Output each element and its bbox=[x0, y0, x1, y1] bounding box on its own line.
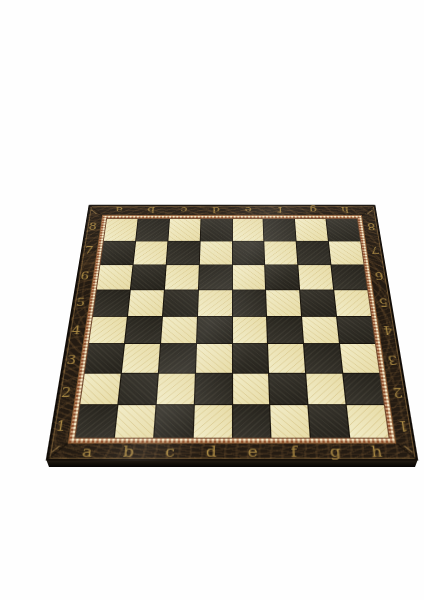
square-c7 bbox=[166, 241, 199, 264]
square-e5 bbox=[232, 290, 266, 316]
corner-dart-inlay bbox=[404, 445, 413, 452]
square-c1 bbox=[154, 405, 193, 437]
square-b7 bbox=[133, 241, 167, 264]
square-f4 bbox=[267, 316, 303, 343]
square-h3 bbox=[340, 344, 379, 373]
square-h7 bbox=[329, 241, 364, 264]
file-labels-top: abcdefgh bbox=[102, 205, 362, 215]
file-label-f-top: f bbox=[264, 205, 297, 215]
square-g2 bbox=[306, 374, 345, 404]
square-a7 bbox=[100, 241, 135, 264]
square-g7 bbox=[297, 241, 331, 264]
corner-dart-inlay bbox=[91, 210, 97, 214]
square-g3 bbox=[304, 344, 342, 373]
file-label-a-top: a bbox=[102, 205, 136, 215]
file-label-b-top: b bbox=[135, 205, 168, 215]
square-b3 bbox=[122, 344, 160, 373]
square-e4 bbox=[233, 316, 268, 343]
square-e1 bbox=[233, 405, 271, 437]
square-c2 bbox=[156, 374, 194, 404]
square-e7 bbox=[232, 241, 264, 264]
square-a4 bbox=[89, 316, 127, 343]
square-b1 bbox=[115, 405, 156, 437]
square-e6 bbox=[232, 265, 265, 289]
frame-miter-seam bbox=[88, 205, 103, 216]
frame-miter-seam bbox=[45, 442, 69, 461]
square-b2 bbox=[118, 374, 157, 404]
square-e3 bbox=[233, 344, 269, 373]
perspective-scene: abcdefgh abcdefgh 87654321 87654321 bbox=[0, 0, 424, 600]
square-a6 bbox=[97, 265, 133, 289]
square-h8 bbox=[327, 219, 361, 241]
square-c6 bbox=[165, 265, 199, 289]
square-f6 bbox=[266, 265, 300, 289]
file-label-a-bottom: a bbox=[65, 444, 109, 461]
corner-dart-inlay bbox=[51, 445, 60, 452]
square-d5 bbox=[198, 290, 232, 316]
file-label-e-bottom: e bbox=[232, 444, 274, 461]
square-f5 bbox=[266, 290, 301, 316]
file-label-f-bottom: f bbox=[273, 444, 315, 461]
mosaic-trim-band bbox=[68, 215, 396, 443]
square-g4 bbox=[302, 316, 339, 343]
photo-background: abcdefgh abcdefgh 87654321 87654321 bbox=[0, 0, 424, 600]
file-labels-bottom: abcdefgh bbox=[65, 444, 399, 461]
square-f7 bbox=[265, 241, 298, 264]
file-label-d-top: d bbox=[200, 205, 232, 215]
square-f1 bbox=[271, 405, 310, 437]
square-f3 bbox=[268, 344, 305, 373]
square-d2 bbox=[194, 374, 231, 404]
square-g5 bbox=[300, 290, 336, 316]
square-g6 bbox=[299, 265, 334, 289]
square-c3 bbox=[159, 344, 196, 373]
square-h6 bbox=[332, 265, 368, 289]
square-c4 bbox=[161, 316, 197, 343]
square-d6 bbox=[199, 265, 232, 289]
file-label-b-bottom: b bbox=[107, 444, 150, 461]
square-a5 bbox=[93, 290, 130, 316]
square-h1 bbox=[347, 405, 389, 437]
square-b4 bbox=[125, 316, 162, 343]
square-c5 bbox=[163, 290, 198, 316]
square-e8 bbox=[232, 219, 263, 241]
square-d1 bbox=[193, 405, 231, 437]
square-g8 bbox=[295, 219, 328, 241]
square-d3 bbox=[196, 344, 232, 373]
file-label-e-top: e bbox=[232, 205, 264, 215]
file-label-c-bottom: c bbox=[149, 444, 191, 461]
square-h2 bbox=[343, 374, 383, 404]
file-label-d-bottom: d bbox=[190, 444, 232, 461]
square-d7 bbox=[199, 241, 231, 264]
square-a8 bbox=[104, 219, 138, 241]
square-a3 bbox=[85, 344, 124, 373]
square-d4 bbox=[197, 316, 232, 343]
square-h4 bbox=[337, 316, 375, 343]
frame-miter-seam bbox=[361, 205, 376, 216]
square-a2 bbox=[80, 374, 120, 404]
file-label-c-top: c bbox=[167, 205, 200, 215]
board-grid bbox=[74, 218, 390, 438]
chess-board: abcdefgh abcdefgh 87654321 87654321 bbox=[46, 205, 419, 461]
file-label-g-bottom: g bbox=[314, 444, 357, 461]
file-label-g-top: g bbox=[296, 205, 329, 215]
corner-dart-inlay bbox=[367, 210, 373, 214]
file-label-h-top: h bbox=[328, 205, 362, 215]
square-a1 bbox=[75, 405, 117, 437]
square-g1 bbox=[309, 405, 350, 437]
frame-miter-seam bbox=[395, 442, 419, 461]
file-label-h-bottom: h bbox=[355, 444, 399, 461]
square-b6 bbox=[131, 265, 166, 289]
square-d8 bbox=[200, 219, 231, 241]
square-f8 bbox=[264, 219, 296, 241]
square-b8 bbox=[136, 219, 169, 241]
square-e2 bbox=[233, 374, 270, 404]
square-c8 bbox=[168, 219, 200, 241]
square-b5 bbox=[128, 290, 164, 316]
square-f2 bbox=[270, 374, 308, 404]
square-h5 bbox=[334, 290, 371, 316]
